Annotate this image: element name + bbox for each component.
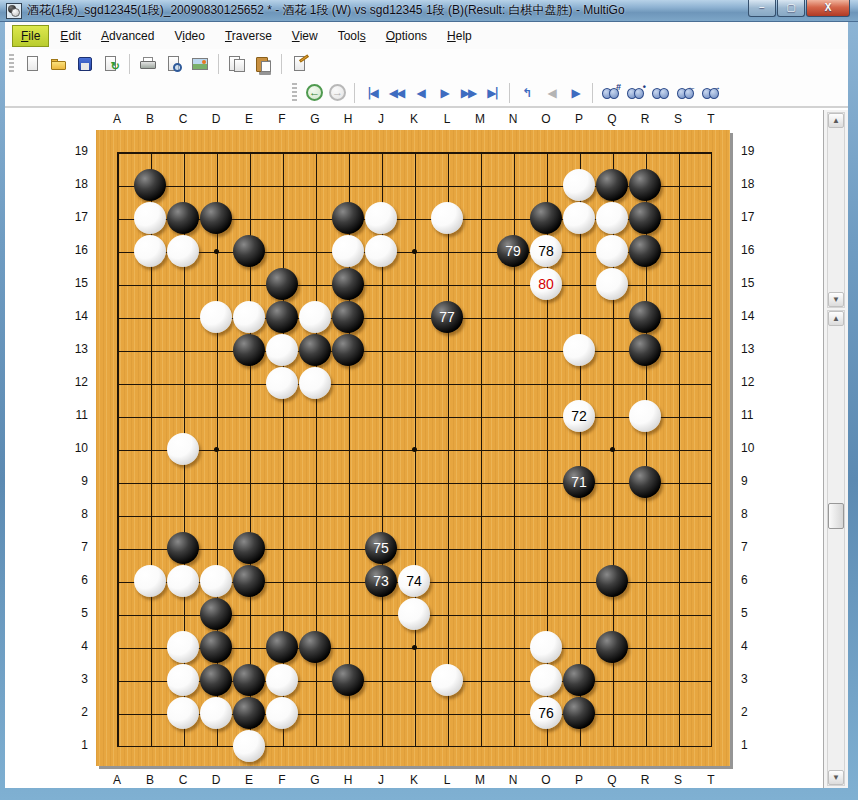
coord-left-12: 12 bbox=[55, 375, 88, 389]
menu-help[interactable]: Help bbox=[438, 25, 481, 47]
coord-right-11: 11 bbox=[741, 408, 771, 422]
white-stone-Q15[interactable] bbox=[596, 268, 628, 300]
toolbar-grip[interactable] bbox=[292, 83, 297, 103]
coord-bottom-S: S bbox=[662, 773, 694, 787]
next-game-icon[interactable]: → bbox=[329, 84, 346, 101]
white-stone-P13[interactable] bbox=[563, 334, 595, 366]
save-icon[interactable] bbox=[76, 55, 94, 73]
black-stone-E6[interactable] bbox=[233, 565, 265, 597]
white-stone-J17[interactable] bbox=[365, 202, 397, 234]
coord-top-D: D bbox=[200, 112, 232, 126]
multigo-window: 酒花(1段)_sgd12345(1段)_20090830125652 * - 酒… bbox=[0, 0, 858, 800]
menu-bar: FileEditAdvancedVideoTraverseViewToolsOp… bbox=[5, 22, 848, 49]
menu-tools[interactable]: Tools bbox=[329, 25, 375, 47]
white-stone-Q16[interactable] bbox=[596, 235, 628, 267]
coord-top-Q: Q bbox=[596, 112, 628, 126]
find-next-icon[interactable]: → bbox=[702, 86, 719, 99]
coord-bottom-Q: Q bbox=[596, 773, 628, 787]
white-stone-L3[interactable] bbox=[431, 664, 463, 696]
move-number: 73 bbox=[373, 574, 389, 588]
white-stone-E1[interactable] bbox=[233, 730, 265, 762]
coord-right-8: 8 bbox=[741, 507, 771, 521]
menu-file[interactable]: File bbox=[12, 25, 49, 47]
star-point bbox=[412, 249, 417, 254]
coord-bottom-E: E bbox=[233, 773, 265, 787]
black-stone-J7[interactable]: 75 bbox=[365, 532, 397, 564]
coord-top-C: C bbox=[167, 112, 199, 126]
coord-left-17: 17 bbox=[55, 210, 88, 224]
black-stone-J6[interactable]: 73 bbox=[365, 565, 397, 597]
star-point bbox=[610, 447, 615, 452]
white-stone-F2[interactable] bbox=[266, 697, 298, 729]
white-stone-G12[interactable] bbox=[299, 367, 331, 399]
coord-top-M: M bbox=[464, 112, 496, 126]
coord-right-9: 9 bbox=[741, 474, 771, 488]
coord-left-6: 6 bbox=[55, 573, 88, 587]
coord-right-15: 15 bbox=[741, 276, 771, 290]
client-area: FileEditAdvancedVideoTraverseViewToolsOp… bbox=[5, 22, 848, 788]
white-stone-F13[interactable] bbox=[266, 334, 298, 366]
new-file-icon[interactable] bbox=[24, 55, 42, 73]
scroll-up-icon[interactable]: ▲ bbox=[828, 113, 844, 128]
black-stone-D17[interactable] bbox=[200, 202, 232, 234]
black-stone-D5[interactable] bbox=[200, 598, 232, 630]
white-stone-C3[interactable] bbox=[167, 664, 199, 696]
coord-bottom-J: J bbox=[365, 773, 397, 787]
menu-traverse[interactable]: Traverse bbox=[216, 25, 281, 47]
coord-left-3: 3 bbox=[55, 672, 88, 686]
white-stone-E14[interactable] bbox=[233, 301, 265, 333]
white-stone-D2[interactable] bbox=[200, 697, 232, 729]
white-stone-L17[interactable] bbox=[431, 202, 463, 234]
coord-left-10: 10 bbox=[55, 441, 88, 455]
coord-left-4: 4 bbox=[55, 639, 88, 653]
coord-bottom-P: P bbox=[563, 773, 595, 787]
side-scroll-strip: ▲ ▼ ▲ ▼ bbox=[823, 110, 848, 788]
move-number: 75 bbox=[373, 541, 389, 555]
find-icon[interactable] bbox=[652, 86, 669, 99]
menu-edit[interactable]: Edit bbox=[51, 25, 90, 47]
menu-options[interactable]: Options bbox=[377, 25, 436, 47]
black-stone-G4[interactable] bbox=[299, 631, 331, 663]
coord-bottom-H: H bbox=[332, 773, 364, 787]
coord-left-8: 8 bbox=[55, 507, 88, 521]
prev-game-icon[interactable]: ← bbox=[306, 84, 323, 101]
black-stone-F14[interactable] bbox=[266, 301, 298, 333]
coord-right-3: 3 bbox=[741, 672, 771, 686]
find-prev-icon[interactable]: ← bbox=[677, 86, 694, 99]
coord-right-6: 6 bbox=[741, 573, 771, 587]
fast-back-icon[interactable]: ◀◀ bbox=[387, 86, 405, 100]
black-stone-H15[interactable] bbox=[332, 268, 364, 300]
coord-top-A: A bbox=[101, 112, 133, 126]
black-stone-H17[interactable] bbox=[332, 202, 364, 234]
white-stone-K6[interactable]: 74 bbox=[398, 565, 430, 597]
coord-bottom-F: F bbox=[266, 773, 298, 787]
coord-top-T: T bbox=[695, 112, 727, 126]
black-stone-O17[interactable] bbox=[530, 202, 562, 234]
coord-left-11: 11 bbox=[55, 408, 88, 422]
white-stone-B6[interactable] bbox=[134, 565, 166, 597]
star-point bbox=[214, 447, 219, 452]
black-stone-P2[interactable] bbox=[563, 697, 595, 729]
white-stone-C10[interactable] bbox=[167, 433, 199, 465]
white-stone-O15[interactable]: 80 bbox=[530, 268, 562, 300]
move-number: 76 bbox=[538, 706, 554, 720]
white-stone-R11[interactable] bbox=[629, 400, 661, 432]
coord-bottom-N: N bbox=[497, 773, 529, 787]
coord-top-J: J bbox=[365, 112, 397, 126]
white-stone-G14[interactable] bbox=[299, 301, 331, 333]
board-pane: AABBCCDDEEFFGGHHJJKKLLMMNNOOPPQQRRSSTT19… bbox=[5, 110, 848, 788]
white-stone-C2[interactable] bbox=[167, 697, 199, 729]
white-stone-B17[interactable] bbox=[134, 202, 166, 234]
black-stone-D3[interactable] bbox=[200, 664, 232, 696]
white-stone-P11[interactable]: 72 bbox=[563, 400, 595, 432]
open-file-icon[interactable] bbox=[50, 55, 68, 73]
coord-right-10: 10 bbox=[741, 441, 771, 455]
coord-top-O: O bbox=[530, 112, 562, 126]
coord-top-B: B bbox=[134, 112, 166, 126]
coord-right-17: 17 bbox=[741, 210, 771, 224]
coord-top-K: K bbox=[398, 112, 430, 126]
black-stone-P3[interactable] bbox=[563, 664, 595, 696]
coord-bottom-D: D bbox=[200, 773, 232, 787]
move-number: 74 bbox=[406, 574, 422, 588]
app-icon bbox=[6, 3, 22, 19]
coord-right-19: 19 bbox=[741, 144, 771, 158]
coord-right-5: 5 bbox=[741, 606, 771, 620]
coord-top-E: E bbox=[233, 112, 265, 126]
black-stone-R14[interactable] bbox=[629, 301, 661, 333]
navigation-toolbar: ← → |◀ ◀◀ ◀ ▶ ▶▶ ▶| ↰ ◀ ▶ # • ← → bbox=[5, 79, 848, 108]
copy-icon[interactable] bbox=[228, 55, 246, 73]
black-stone-Q6[interactable] bbox=[596, 565, 628, 597]
coord-right-12: 12 bbox=[741, 375, 771, 389]
board-scrollbar[interactable]: ▲ ▼ bbox=[827, 310, 845, 786]
fast-forward-icon[interactable]: ▶▶ bbox=[459, 86, 477, 100]
coord-left-14: 14 bbox=[55, 309, 88, 323]
last-move-icon[interactable]: ▶| bbox=[483, 86, 501, 100]
tree-scrollbar[interactable]: ▲ ▼ bbox=[827, 112, 845, 308]
print-preview-icon[interactable] bbox=[165, 55, 183, 73]
coord-left-13: 13 bbox=[55, 342, 88, 356]
star-point bbox=[214, 249, 219, 254]
coord-left-19: 19 bbox=[55, 144, 88, 158]
first-move-icon[interactable]: |◀ bbox=[363, 86, 381, 100]
black-stone-E2[interactable] bbox=[233, 697, 265, 729]
black-stone-Q18[interactable] bbox=[596, 169, 628, 201]
coord-left-7: 7 bbox=[55, 540, 88, 554]
white-stone-P18[interactable] bbox=[563, 169, 595, 201]
move-number: 71 bbox=[571, 475, 587, 489]
coord-bottom-A: A bbox=[101, 773, 133, 787]
black-stone-H3[interactable] bbox=[332, 664, 364, 696]
coord-right-16: 16 bbox=[741, 243, 771, 257]
toolbar-grip[interactable] bbox=[9, 54, 14, 74]
white-stone-B16[interactable] bbox=[134, 235, 166, 267]
move-number: 80 bbox=[538, 277, 554, 291]
coord-right-18: 18 bbox=[741, 177, 771, 191]
coord-bottom-M: M bbox=[464, 773, 496, 787]
coord-top-N: N bbox=[497, 112, 529, 126]
coord-bottom-T: T bbox=[695, 773, 727, 787]
black-stone-E3[interactable] bbox=[233, 664, 265, 696]
find-move-number-icon[interactable]: # bbox=[602, 86, 619, 99]
black-stone-P9[interactable]: 71 bbox=[563, 466, 595, 498]
close-button[interactable]: X bbox=[806, 0, 850, 17]
coord-left-15: 15 bbox=[55, 276, 88, 290]
coord-bottom-R: R bbox=[629, 773, 661, 787]
up-to-parent-icon[interactable]: ↰ bbox=[518, 86, 536, 100]
paste-icon[interactable] bbox=[254, 55, 272, 73]
white-stone-D14[interactable] bbox=[200, 301, 232, 333]
scrollbar-thumb[interactable] bbox=[828, 503, 844, 529]
white-stone-C16[interactable] bbox=[167, 235, 199, 267]
coord-right-2: 2 bbox=[741, 705, 771, 719]
menu-advanced[interactable]: Advanced bbox=[92, 25, 163, 47]
coord-left-1: 1 bbox=[55, 738, 88, 752]
coord-left-16: 16 bbox=[55, 243, 88, 257]
black-stone-Q4[interactable] bbox=[596, 631, 628, 663]
coord-top-L: L bbox=[431, 112, 463, 126]
white-stone-F12[interactable] bbox=[266, 367, 298, 399]
move-number: 77 bbox=[439, 310, 455, 324]
export-image-icon[interactable] bbox=[191, 55, 209, 73]
maximize-button[interactable]: ▢ bbox=[777, 0, 805, 17]
scroll-up-icon[interactable]: ▲ bbox=[828, 311, 844, 326]
prev-variation-icon[interactable]: ◀ bbox=[542, 86, 560, 100]
coord-top-S: S bbox=[662, 112, 694, 126]
coord-top-G: G bbox=[299, 112, 331, 126]
black-stone-G13[interactable] bbox=[299, 334, 331, 366]
coord-bottom-B: B bbox=[134, 773, 166, 787]
black-stone-B18[interactable] bbox=[134, 169, 166, 201]
coord-right-7: 7 bbox=[741, 540, 771, 554]
go-board[interactable]: 79788077727175737476 bbox=[96, 130, 730, 766]
white-stone-P17[interactable] bbox=[563, 202, 595, 234]
coord-left-5: 5 bbox=[55, 606, 88, 620]
coord-left-2: 2 bbox=[55, 705, 88, 719]
back-icon[interactable]: ◀ bbox=[411, 86, 429, 100]
black-stone-C17[interactable] bbox=[167, 202, 199, 234]
move-number: 78 bbox=[538, 244, 554, 258]
window-title: 酒花(1段)_sgd12345(1段)_20090830125652 * - 酒… bbox=[27, 2, 748, 19]
black-stone-E7[interactable] bbox=[233, 532, 265, 564]
black-stone-F15[interactable] bbox=[266, 268, 298, 300]
coord-right-1: 1 bbox=[741, 738, 771, 752]
coord-top-R: R bbox=[629, 112, 661, 126]
black-stone-N16[interactable]: 79 bbox=[497, 235, 529, 267]
coord-bottom-C: C bbox=[167, 773, 199, 787]
title-bar: 酒花(1段)_sgd12345(1段)_20090830125652 * - 酒… bbox=[0, 0, 858, 22]
black-stone-D4[interactable] bbox=[200, 631, 232, 663]
coord-top-F: F bbox=[266, 112, 298, 126]
coord-bottom-K: K bbox=[398, 773, 430, 787]
black-stone-E13[interactable] bbox=[233, 334, 265, 366]
coord-left-9: 9 bbox=[55, 474, 88, 488]
white-stone-K5[interactable] bbox=[398, 598, 430, 630]
coord-right-14: 14 bbox=[741, 309, 771, 323]
coord-bottom-G: G bbox=[299, 773, 331, 787]
black-stone-E16[interactable] bbox=[233, 235, 265, 267]
reload-icon[interactable]: ↻ bbox=[102, 55, 120, 73]
white-stone-O2[interactable]: 76 bbox=[530, 697, 562, 729]
white-stone-O4[interactable] bbox=[530, 631, 562, 663]
main-toolbar: ↻ bbox=[5, 49, 848, 79]
white-stone-F3[interactable] bbox=[266, 664, 298, 696]
white-stone-J16[interactable] bbox=[365, 235, 397, 267]
coord-top-H: H bbox=[332, 112, 364, 126]
white-stone-O16[interactable]: 78 bbox=[530, 235, 562, 267]
coord-bottom-O: O bbox=[530, 773, 562, 787]
black-stone-H13[interactable] bbox=[332, 334, 364, 366]
black-stone-R16[interactable] bbox=[629, 235, 661, 267]
white-stone-C6[interactable] bbox=[167, 565, 199, 597]
find-last-move-icon[interactable]: • bbox=[627, 86, 644, 99]
white-stone-O3[interactable] bbox=[530, 664, 562, 696]
menu-video[interactable]: Video bbox=[165, 25, 214, 47]
black-stone-C7[interactable] bbox=[167, 532, 199, 564]
scroll-down-icon[interactable]: ▼ bbox=[828, 292, 844, 307]
white-stone-H16[interactable] bbox=[332, 235, 364, 267]
black-stone-L14[interactable]: 77 bbox=[431, 301, 463, 333]
move-number: 72 bbox=[571, 409, 587, 423]
white-stone-C4[interactable] bbox=[167, 631, 199, 663]
black-stone-R9[interactable] bbox=[629, 466, 661, 498]
black-stone-H14[interactable] bbox=[332, 301, 364, 333]
black-stone-F4[interactable] bbox=[266, 631, 298, 663]
white-stone-Q17[interactable] bbox=[596, 202, 628, 234]
forward-icon[interactable]: ▶ bbox=[435, 86, 453, 100]
coord-bottom-L: L bbox=[431, 773, 463, 787]
black-stone-R17[interactable] bbox=[629, 202, 661, 234]
move-number: 79 bbox=[505, 244, 521, 258]
star-point bbox=[412, 645, 417, 650]
menu-view[interactable]: View bbox=[283, 25, 327, 47]
coord-right-4: 4 bbox=[741, 639, 771, 653]
coord-right-13: 13 bbox=[741, 342, 771, 356]
black-stone-R13[interactable] bbox=[629, 334, 661, 366]
coord-left-18: 18 bbox=[55, 177, 88, 191]
coord-top-P: P bbox=[563, 112, 595, 126]
minimize-button[interactable]: − bbox=[748, 0, 776, 17]
next-variation-icon[interactable]: ▶ bbox=[566, 86, 584, 100]
white-stone-D6[interactable] bbox=[200, 565, 232, 597]
properties-icon[interactable] bbox=[291, 55, 309, 73]
star-point bbox=[412, 447, 417, 452]
black-stone-R18[interactable] bbox=[629, 169, 661, 201]
scroll-down-icon[interactable]: ▼ bbox=[828, 770, 844, 785]
print-icon[interactable] bbox=[139, 55, 157, 73]
